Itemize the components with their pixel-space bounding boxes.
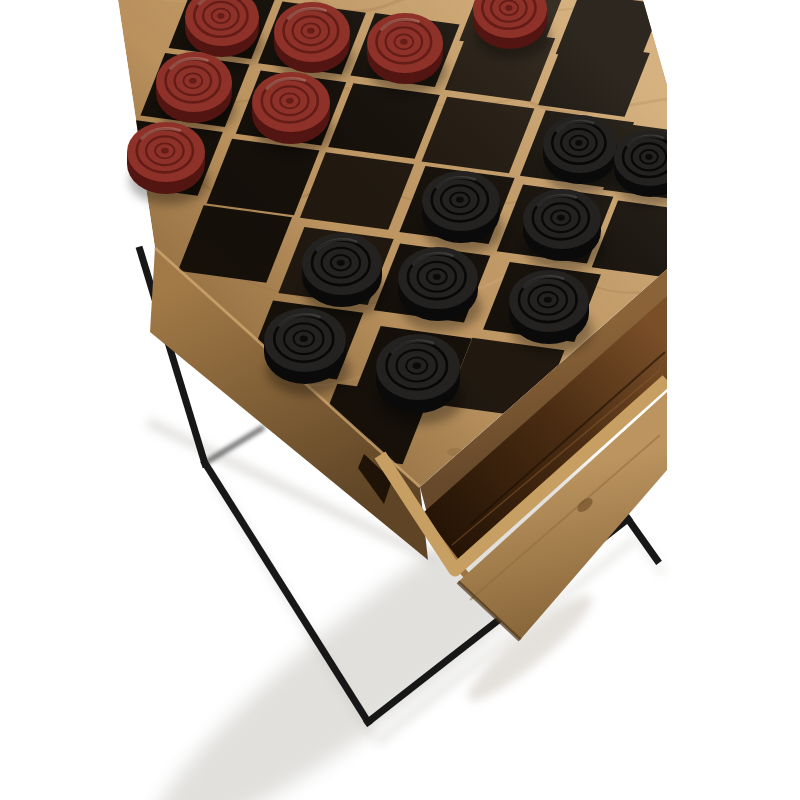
piece-center-dot	[300, 336, 308, 342]
checker-black[interactable]	[264, 308, 350, 395]
piece-center-dot	[456, 197, 464, 203]
checker-black[interactable]	[376, 334, 464, 425]
checker-black[interactable]	[523, 189, 605, 272]
checker-black[interactable]	[614, 130, 690, 207]
piece-center-dot	[413, 362, 421, 369]
piece-center-dot	[557, 215, 565, 221]
piece-center-dot	[161, 148, 169, 154]
piece-center-dot	[217, 13, 224, 19]
piece-center-dot	[189, 78, 197, 84]
piece-center-dot	[337, 260, 345, 266]
checker-black[interactable]	[302, 233, 386, 318]
checker-red[interactable]	[127, 122, 209, 205]
checker-black[interactable]	[543, 115, 621, 194]
checker-black[interactable]	[509, 270, 593, 355]
checker-black[interactable]	[398, 247, 482, 332]
checker-red[interactable]	[274, 2, 354, 84]
piece-center-dot	[286, 98, 294, 104]
product-photo-checkerboard-table	[0, 0, 800, 800]
piece-center-dot	[400, 39, 408, 45]
scene-svg	[0, 0, 800, 800]
frame-base-back-stub	[205, 427, 264, 463]
checker-red[interactable]	[473, 0, 551, 59]
piece-center-dot	[544, 297, 552, 303]
piece-center-dot	[307, 28, 315, 34]
piece-center-dot	[645, 154, 652, 160]
checker-red[interactable]	[156, 52, 236, 134]
checker-red[interactable]	[367, 13, 447, 95]
piece-center-dot	[505, 5, 512, 11]
grain-streak	[640, 0, 800, 19]
checker-red[interactable]	[252, 72, 334, 155]
piece-center-dot	[575, 140, 582, 146]
checker-black[interactable]	[422, 171, 504, 254]
piece-center-dot	[433, 274, 441, 280]
